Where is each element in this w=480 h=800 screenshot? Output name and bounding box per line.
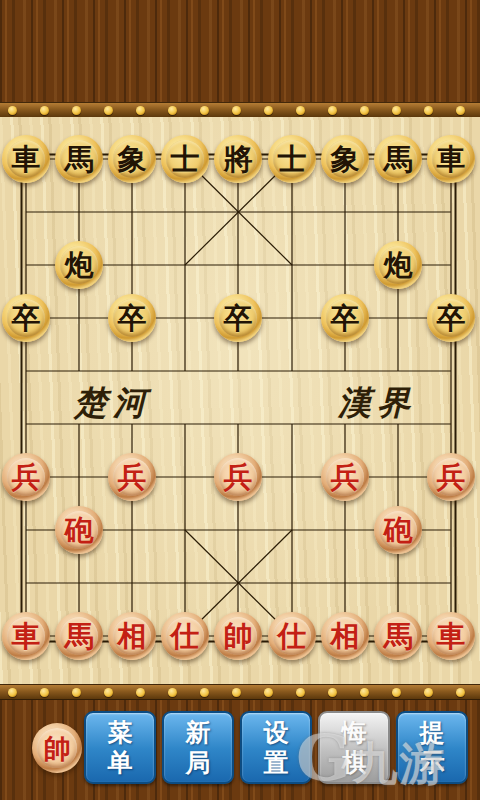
rivet-icon	[200, 688, 209, 697]
piece-char: 砲	[65, 516, 94, 545]
xiangqi-piece-black[interactable]: 馬	[55, 135, 103, 183]
piece-char: 馬	[65, 145, 94, 174]
xiangqi-piece-black[interactable]: 卒	[321, 294, 369, 342]
rivet-icon	[424, 688, 433, 697]
piece-char: 炮	[65, 251, 94, 280]
piece-char: 士	[278, 145, 307, 174]
new-game-button[interactable]: 新 局	[162, 711, 234, 784]
rivet-icon	[168, 688, 177, 697]
rivet-icon	[264, 688, 273, 697]
piece-char: 車	[12, 622, 41, 651]
xiangqi-piece-black[interactable]: 炮	[374, 241, 422, 289]
xiangqi-piece-red[interactable]: 砲	[55, 506, 103, 554]
xiangqi-piece-red[interactable]: 馬	[374, 612, 422, 660]
hint-button-label: 提	[420, 718, 445, 748]
xiangqi-piece-black[interactable]: 將	[214, 135, 262, 183]
xiangqi-piece-black[interactable]: 士	[268, 135, 316, 183]
xiangqi-piece-black[interactable]: 馬	[374, 135, 422, 183]
piece-char: 卒	[437, 304, 466, 333]
piece-char: 兵	[224, 463, 253, 492]
xiangqi-piece-red[interactable]: 馬	[55, 612, 103, 660]
rivet-icon	[328, 688, 337, 697]
xiangqi-piece-red[interactable]: 車	[427, 612, 475, 660]
xiangqi-piece-red[interactable]: 兵	[108, 453, 156, 501]
rivet-icon	[392, 688, 401, 697]
piece-char: 兵	[12, 463, 41, 492]
piece-char: 兵	[118, 463, 147, 492]
piece-char: 仕	[278, 622, 307, 651]
rivet-icon	[296, 688, 305, 697]
xiangqi-piece-black[interactable]: 象	[108, 135, 156, 183]
rivet-icon	[40, 688, 49, 697]
rivet-icon	[136, 688, 145, 697]
piece-char: 車	[12, 145, 41, 174]
xiangqi-piece-red[interactable]: 相	[108, 612, 156, 660]
rivet-icon	[232, 688, 241, 697]
menu-button-label: 单	[108, 748, 133, 778]
hint-button-label: 示	[420, 748, 445, 778]
piece-char: 卒	[331, 304, 360, 333]
settings-button-label: 置	[264, 748, 289, 778]
pieces-layer: 車馬象士將士象馬車炮炮卒卒卒卒卒兵兵兵兵兵砲砲車馬相仕帥仕相馬車	[0, 0, 480, 800]
board-frame-rail-bottom	[0, 684, 480, 700]
piece-char: 卒	[224, 304, 253, 333]
xiangqi-piece-red[interactable]: 仕	[161, 612, 209, 660]
xiangqi-piece-black[interactable]: 炮	[55, 241, 103, 289]
settings-button[interactable]: 设 置	[240, 711, 312, 784]
settings-button-label: 设	[264, 718, 289, 748]
piece-char: 象	[331, 145, 360, 174]
xiangqi-piece-red[interactable]: 車	[2, 612, 50, 660]
rivet-icon	[360, 688, 369, 697]
turn-indicator-piece: 帥	[32, 723, 82, 773]
undo-button[interactable]: 悔 棋	[318, 711, 390, 784]
piece-char: 仕	[171, 622, 200, 651]
xiangqi-piece-black[interactable]: 卒	[214, 294, 262, 342]
undo-button-label: 悔	[342, 718, 367, 748]
xiangqi-piece-red[interactable]: 兵	[214, 453, 262, 501]
piece-char: 砲	[384, 516, 413, 545]
xiangqi-piece-red[interactable]: 仕	[268, 612, 316, 660]
menu-button-label: 菜	[108, 718, 133, 748]
new-game-button-label: 局	[186, 748, 211, 778]
new-game-button-label: 新	[186, 718, 211, 748]
xiangqi-piece-red[interactable]: 兵	[2, 453, 50, 501]
turn-indicator-char: 帥	[44, 735, 71, 762]
xiangqi-piece-black[interactable]: 卒	[108, 294, 156, 342]
piece-char: 兵	[437, 463, 466, 492]
piece-char: 炮	[384, 251, 413, 280]
piece-char: 馬	[384, 622, 413, 651]
xiangqi-piece-red[interactable]: 砲	[374, 506, 422, 554]
piece-char: 馬	[65, 622, 94, 651]
rivet-icon	[8, 688, 17, 697]
piece-char: 卒	[118, 304, 147, 333]
piece-char: 士	[171, 145, 200, 174]
xiangqi-piece-black[interactable]: 車	[2, 135, 50, 183]
xiangqi-piece-red[interactable]: 帥	[214, 612, 262, 660]
hint-button[interactable]: 提 示	[396, 711, 468, 784]
xiangqi-piece-black[interactable]: 象	[321, 135, 369, 183]
piece-char: 兵	[331, 463, 360, 492]
piece-char: 車	[437, 145, 466, 174]
xiangqi-piece-black[interactable]: 士	[161, 135, 209, 183]
piece-char: 馬	[384, 145, 413, 174]
xiangqi-app-screen: 楚河 漢界 車馬象士將士象馬車炮炮卒卒卒卒卒兵兵兵兵兵砲砲車馬相仕帥仕相馬車 帥…	[0, 0, 480, 800]
piece-char: 將	[224, 145, 253, 174]
xiangqi-piece-black[interactable]: 車	[427, 135, 475, 183]
undo-button-label: 棋	[342, 748, 367, 778]
rivet-icon	[456, 688, 465, 697]
rivet-icon	[72, 688, 81, 697]
piece-char: 車	[437, 622, 466, 651]
menu-button[interactable]: 菜 单	[84, 711, 156, 784]
rivet-icon	[104, 688, 113, 697]
xiangqi-piece-red[interactable]: 兵	[321, 453, 369, 501]
piece-char: 相	[118, 622, 147, 651]
xiangqi-piece-black[interactable]: 卒	[2, 294, 50, 342]
xiangqi-piece-black[interactable]: 卒	[427, 294, 475, 342]
piece-char: 相	[331, 622, 360, 651]
piece-char: 帥	[224, 622, 253, 651]
piece-char: 卒	[12, 304, 41, 333]
piece-char: 象	[118, 145, 147, 174]
xiangqi-piece-red[interactable]: 相	[321, 612, 369, 660]
xiangqi-piece-red[interactable]: 兵	[427, 453, 475, 501]
